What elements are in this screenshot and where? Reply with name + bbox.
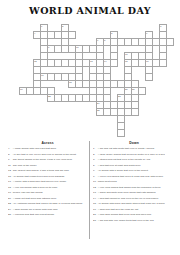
clue-item-text: A bird that cannot fly and lives on the …	[98, 197, 176, 200]
grid-cell[interactable]	[131, 108, 139, 116]
clue-number: 24	[97, 102, 100, 104]
clue-item: 25.A colourful bird that can repeat word…	[8, 213, 87, 216]
grid-cell[interactable]	[145, 73, 153, 81]
clue-number: 14	[104, 60, 107, 62]
grid-cell[interactable]	[159, 59, 167, 67]
clue-item-text: The king of the jungle	[13, 164, 88, 167]
clue-item-text: A small animal with long ears that hops	[13, 147, 88, 150]
clue-item-text: A colourful bird that can repeat words	[13, 213, 88, 216]
clue-item: 19.People can ride this animal	[8, 191, 87, 194]
clue-number: 4	[34, 32, 35, 34]
clue-number: 7	[97, 39, 98, 41]
clue-number: 20	[125, 88, 128, 90]
clue-item: 17.A reptile with a hard shell that move…	[8, 180, 87, 183]
clue-item: 7.A clever sea animal that loves to jump…	[93, 175, 175, 178]
clue-number: 17	[41, 74, 44, 76]
crossword-grid: 1234567891011121314151617181920212223242…	[19, 24, 174, 137]
clue-number: 5	[111, 32, 112, 34]
clue-item-text: An animal with black and white stripes t…	[98, 202, 176, 205]
clue-item-text: A very slow animal that hangs from the b…	[98, 186, 176, 189]
grid-cell[interactable]	[166, 38, 174, 46]
clue-item-text: An animal with a hump that lives in the …	[98, 169, 176, 172]
clue-item: 16.A farm bird that lays the eggs we eat	[93, 208, 175, 211]
clue-item: 13.A black and white bear from China tha…	[93, 191, 175, 194]
clue-item-text: A farm bird that lays the eggs we eat	[98, 208, 176, 211]
clue-item-text: A black and white bear from China that e…	[98, 191, 176, 194]
clue-item-text: A pink farm animal that loves mud and sa…	[98, 213, 176, 216]
clue-number: 3	[160, 25, 161, 27]
clue-item-text: A big fish with very sharp teeth that li…	[98, 219, 176, 222]
clue-item: 14.A bird that cannot fly and lives on t…	[93, 197, 175, 200]
clue-item: 9.The tallest animal in the world, it ha…	[8, 158, 87, 161]
clue-number: 10	[76, 46, 79, 48]
page-title: WORLD ANIMAL DAY	[0, 5, 180, 16]
clue-item-text: An ape that is very clever and lives in …	[13, 153, 88, 156]
down-clue-list: 1.A big wild cat with spots that lives i…	[93, 147, 175, 221]
clue-item-text: A small pet that purrs and catches mice	[13, 197, 88, 200]
clue-item-text: The tallest animal in the world, it has …	[13, 158, 88, 161]
clue-item-text: People can ride this animal	[13, 191, 88, 194]
clue-item: 11.The king of the jungle	[8, 164, 87, 167]
down-header: Down	[93, 141, 175, 145]
clue-item-text: An Australian animal that carries its ba…	[13, 202, 88, 205]
clue-item: 1.A big wild cat with spots that lives i…	[93, 147, 175, 150]
clue-number: 12	[34, 60, 37, 62]
clue-item-text: A very big animal with a horn on its nos…	[13, 186, 88, 189]
grid-cell[interactable]	[110, 59, 118, 67]
clue-number: 15	[125, 60, 128, 62]
clue-item: 8.An ape that is very clever and lives i…	[8, 153, 87, 156]
clue-item-text: A clever sea animal that loves to jump a…	[98, 175, 176, 178]
clue-item: 12.A very slow animal that hangs from th…	[93, 186, 175, 189]
clue-item: 21.A pink farm animal that loves mud and…	[93, 213, 175, 216]
clue-number: 13	[90, 60, 93, 62]
clue-item: 23.A big fish with very sharp teeth that…	[93, 219, 175, 222]
clue-item-text: A farm animal like a horse with long ear…	[13, 208, 88, 211]
clue-item-text: A bird that flies at night and hunts mic…	[98, 164, 176, 167]
clue-number: 21	[132, 88, 135, 90]
down-clues-column: Down 1.A big wild cat with spots that li…	[93, 141, 175, 224]
worksheet-page: WORLD ANIMAL DAY 12345678910111213141516…	[0, 0, 180, 255]
clue-number: 23	[118, 95, 121, 97]
clue-item-text: A big wild cat with spots that lives in …	[98, 147, 176, 150]
clue-item: 6.An animal with a hump that lives in th…	[93, 169, 175, 172]
clue-item: 4.A small animal with long ears that hop…	[8, 147, 87, 150]
clue-item: 5.A bird that flies at night and hunts m…	[93, 164, 175, 167]
clue-number: 22	[48, 95, 51, 97]
clue-number: 8	[104, 39, 105, 41]
clue-item: 12.The largest land animal, it has a tru…	[8, 169, 87, 172]
clue-item: 15.An animal that climbs trees and loves…	[8, 175, 87, 178]
clue-item-text: The largest land animal, it has a trunk …	[13, 169, 88, 172]
clue-item: 3.A striped wild cat that lives in the f…	[93, 158, 175, 161]
clue-number: 25	[97, 109, 100, 111]
clue-number: 11	[125, 53, 128, 55]
clue-item: 10.Man's best friend	[93, 180, 175, 183]
clue-item: 15.An animal with black and white stripe…	[93, 202, 175, 205]
across-clues-column: Across 4.A small animal with long ears t…	[8, 141, 87, 219]
clue-item-text: Man's best friend	[98, 180, 176, 183]
clue-number: 9	[48, 46, 49, 48]
clue-item-text: A reptile with a hard shell that moves v…	[13, 180, 88, 183]
clue-item-text: A striped wild cat that lives in the for…	[98, 158, 176, 161]
grid-cell[interactable]	[117, 129, 125, 137]
across-header: Across	[8, 141, 87, 145]
clue-item-text: An animal that climbs trees and loves ba…	[13, 175, 88, 178]
clue-item: 2.A large heavy animal that sleeps all w…	[93, 153, 175, 156]
clue-number: 2	[62, 25, 63, 27]
grid-cell[interactable]	[138, 87, 146, 95]
column-divider	[89, 141, 90, 239]
clue-number: 18	[69, 81, 72, 83]
clue-number: 6	[146, 32, 147, 34]
clue-number: 19	[20, 88, 23, 90]
clue-item: 18.A very big animal with a horn on its …	[8, 186, 87, 189]
clue-item: 20.A small pet that purrs and catches mi…	[8, 197, 87, 200]
clue-item: 24.A farm animal like a horse with long …	[8, 208, 87, 211]
across-clue-list: 4.A small animal with long ears that hop…	[8, 147, 87, 216]
clue-number: 1	[41, 25, 42, 27]
clue-number: 16	[146, 60, 149, 62]
clue-item: 22.An Australian animal that carries its…	[8, 202, 87, 205]
grid-cell[interactable]	[68, 31, 76, 39]
clue-item-text: A large heavy animal that sleeps all win…	[98, 153, 176, 156]
